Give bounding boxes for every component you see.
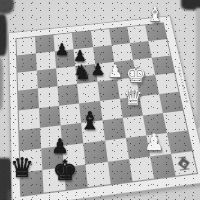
black-queen-a1[interactable]: ♛	[10, 154, 34, 181]
logo-text-bottom	[180, 168, 190, 171]
square-h5[interactable]	[155, 73, 178, 93]
table-edge-right	[196, 8, 200, 128]
chessboard-photo: ♝♟♟♞♟♟♚♛♝♟♟♛♚	[0, 0, 200, 200]
chess-board	[8, 15, 200, 200]
black-pawn-d6[interactable]: ♟	[91, 62, 105, 78]
white-bishop-g8[interactable]: ♝	[146, 4, 164, 24]
square-a4[interactable]	[19, 108, 40, 130]
square-a5[interactable]	[18, 89, 39, 110]
square-a3[interactable]	[19, 127, 41, 150]
white-king-f5[interactable]: ♚	[126, 63, 147, 86]
square-c4[interactable]	[59, 103, 81, 125]
square-a6[interactable]	[18, 71, 38, 91]
black-king-c1[interactable]: ♚	[52, 157, 77, 185]
black-pawn-b2[interactable]: ♟	[51, 136, 69, 156]
black-knight-c6[interactable]: ♞	[73, 62, 91, 82]
square-e5[interactable]	[97, 80, 119, 101]
white-pawn-e6[interactable]: ♟	[107, 63, 122, 80]
square-h4[interactable]	[159, 91, 183, 112]
board-corner-logo	[171, 151, 197, 176]
table-edge-left	[0, 58, 3, 110]
square-b4[interactable]	[39, 105, 61, 127]
black-bishop-d3[interactable]: ♝	[79, 109, 101, 133]
square-h1[interactable]	[171, 151, 197, 176]
square-c5[interactable]	[58, 84, 80, 105]
logo-diamond-inner	[182, 161, 186, 166]
white-pawn-g2[interactable]: ♟	[144, 131, 165, 154]
square-h3[interactable]	[163, 110, 188, 132]
square-d5[interactable]	[77, 82, 99, 103]
square-b6[interactable]	[37, 69, 58, 89]
square-h6[interactable]	[152, 56, 175, 76]
board-grid	[16, 23, 196, 195]
table-shadow-top-left	[0, 0, 14, 14]
table-shadow-left	[0, 14, 7, 56]
square-b5[interactable]	[38, 87, 59, 108]
black-pawn-b7[interactable]: ♟	[55, 42, 69, 58]
square-d2[interactable]	[84, 140, 108, 164]
white-queen-f4[interactable]: ♛	[123, 87, 143, 109]
square-d1[interactable]	[86, 162, 110, 187]
square-h2[interactable]	[167, 130, 192, 153]
